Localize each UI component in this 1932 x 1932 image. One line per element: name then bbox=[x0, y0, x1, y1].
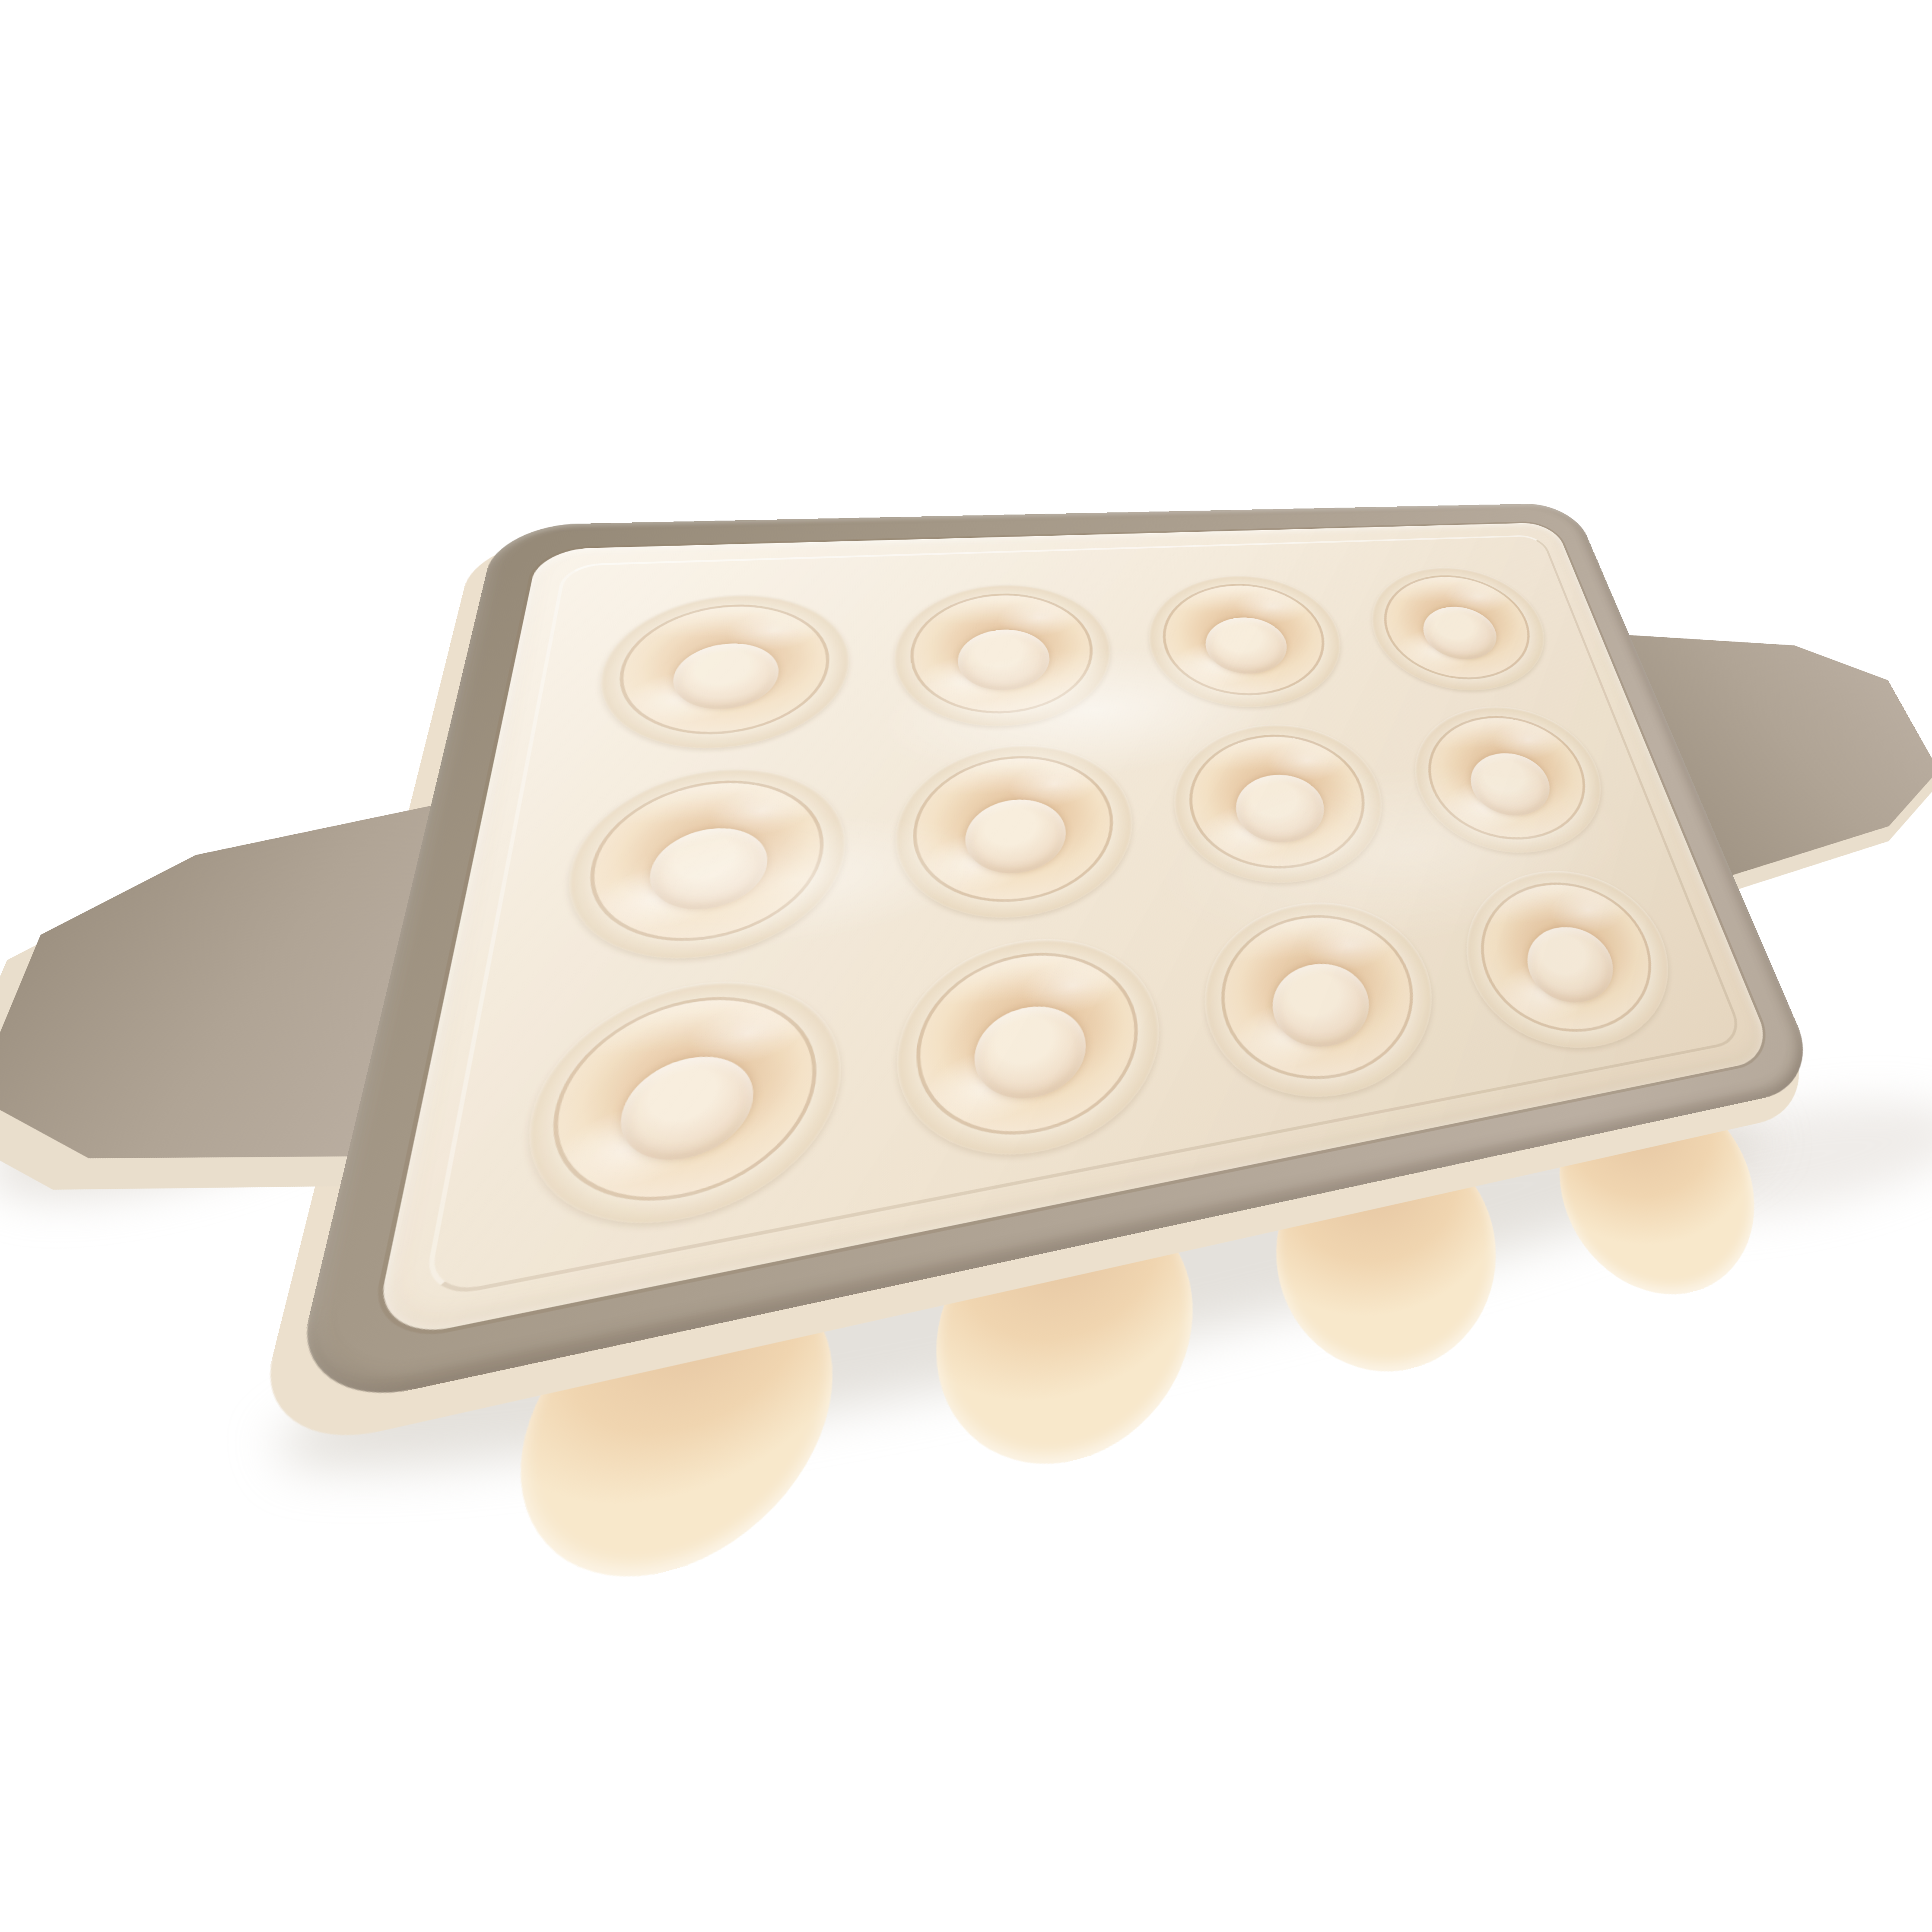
muffin-cup bbox=[510, 964, 843, 1252]
muffin-cup-cavity bbox=[912, 749, 1121, 914]
muffin-cup-cavity bbox=[610, 601, 831, 742]
muffin-cup-bottom bbox=[964, 795, 1069, 879]
muffin-cup-bottom bbox=[1462, 750, 1559, 820]
muffin-cup-cavity bbox=[1209, 904, 1431, 1096]
muffin-cup bbox=[1140, 572, 1356, 715]
muffin-cup bbox=[1192, 890, 1454, 1117]
muffin-cup bbox=[588, 590, 851, 758]
muffin-cup-cavity bbox=[1413, 710, 1605, 848]
muffin-cup bbox=[1357, 564, 1565, 697]
muffin-cup-cavity bbox=[1154, 581, 1337, 701]
muffin-cup bbox=[554, 759, 847, 976]
muffin-cup-bottom bbox=[1416, 605, 1504, 661]
photo-stage: Angled overhead product photo of an empt… bbox=[0, 0, 1932, 1932]
muffin-cup-bottom bbox=[1518, 922, 1624, 1009]
muffin-cup bbox=[1397, 700, 1624, 864]
muffin-cup-bottom bbox=[1266, 958, 1377, 1055]
muffin-cup-bottom bbox=[615, 1048, 756, 1170]
muffin-cup-cavity bbox=[1462, 873, 1674, 1046]
muffin-cup-cavity bbox=[909, 590, 1099, 720]
muffin-cup-cavity bbox=[538, 982, 819, 1224]
muffin-cup-bottom bbox=[670, 641, 781, 712]
muffin-cup bbox=[1163, 717, 1400, 896]
muffin-cup-cavity bbox=[1371, 572, 1547, 684]
muffin-cup bbox=[894, 581, 1119, 734]
muffin-cup-bottom bbox=[973, 999, 1090, 1107]
muffin-cup bbox=[896, 925, 1172, 1179]
muffin-cup-cavity bbox=[578, 772, 826, 955]
muffin-cup-bottom bbox=[1201, 616, 1293, 676]
muffin-cup bbox=[1445, 860, 1696, 1065]
muffin-cup-cavity bbox=[915, 940, 1148, 1154]
muffin-cup bbox=[895, 737, 1143, 933]
muffin-cup-bottom bbox=[956, 627, 1052, 693]
muffin-cup-bottom bbox=[645, 823, 769, 916]
muffin-pan bbox=[285, 503, 1823, 1417]
muffin-cup-cavity bbox=[1179, 728, 1380, 879]
muffin-cup-bottom bbox=[1230, 771, 1331, 847]
